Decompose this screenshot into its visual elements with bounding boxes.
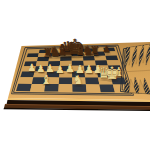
piece-shadow (91, 55, 102, 57)
piece-shadow (85, 73, 95, 75)
chess-piece-dark-rook-a8: ♜ (40, 47, 57, 59)
piece-shadow (60, 55, 78, 58)
chess-piece-light-pawn-h5: ♟ (90, 64, 105, 75)
piece-shadow (41, 84, 53, 86)
chess-piece-dark-knight-g8: ♞ (79, 44, 98, 58)
chess-piece-light-knight-e4: ♞ (69, 74, 87, 87)
chess-piece-dark-pawn-h7: ♟ (100, 45, 113, 54)
piece-shadow (105, 80, 121, 83)
chess-piece-light-pawn-e5: ♟ (62, 63, 77, 74)
chess-piece-light-bishop-off-board-right: ♝ (111, 66, 128, 78)
chess-piece-light-queen-g4: ♛ (94, 66, 115, 81)
piece-shadow (98, 79, 112, 82)
chess-piece-dark-king-e8: ♚ (60, 37, 89, 58)
chess-piece-light-pawn-f5: ♟ (72, 64, 87, 75)
piece-shadow (76, 73, 86, 75)
chess-piece-light-pawn-a5: ♟ (25, 63, 39, 73)
chess-piece-light-king-h4: ♚ (100, 65, 124, 82)
chess-piece-dark-rook-h8: ♜ (87, 45, 104, 57)
piece-shadow (94, 74, 104, 76)
piece-shadow (28, 72, 38, 74)
piece-shadow (66, 73, 76, 75)
piece-shadow (75, 56, 89, 59)
piece-shadow (83, 56, 96, 58)
piece-shadow (66, 55, 86, 59)
piece-layer: ♟♜♛♚♝♞♝♜♞♟♟♟♟♟♟♟♟♝♛♚♝♞ (0, 0, 150, 150)
chess-piece-light-bishop-b4: ♝ (37, 73, 55, 86)
piece-shadow (56, 73, 66, 75)
piece-shadow (44, 57, 55, 59)
chess-piece-dark-bishop-c8: ♝ (52, 43, 73, 58)
piece-shadow (46, 72, 56, 74)
piece-shadow (103, 53, 112, 55)
chess-piece-dark-knight-b8: ♞ (46, 45, 65, 59)
chess-piece-light-pawn-g5: ♟ (81, 64, 96, 75)
chess-piece-light-pawn-d5: ♟ (53, 64, 68, 75)
piece-shadow (50, 57, 63, 59)
piece-shadow (73, 85, 85, 87)
piece-shadow (37, 72, 47, 74)
chess-piece-light-pawn-c5: ♟ (43, 63, 58, 74)
product-photo-stage: ♟♜♛♚♝♞♝♜♞♟♟♟♟♟♟♟♟♝♛♚♝♞ (0, 0, 150, 150)
piece-shadow (56, 56, 70, 59)
chess-piece-dark-bishop-f8: ♝ (71, 43, 92, 58)
piece-shadow (115, 76, 126, 78)
chess-piece-dark-queen-d8: ♛ (55, 39, 82, 58)
chess-piece-light-pawn-b5: ♟ (34, 64, 48, 74)
